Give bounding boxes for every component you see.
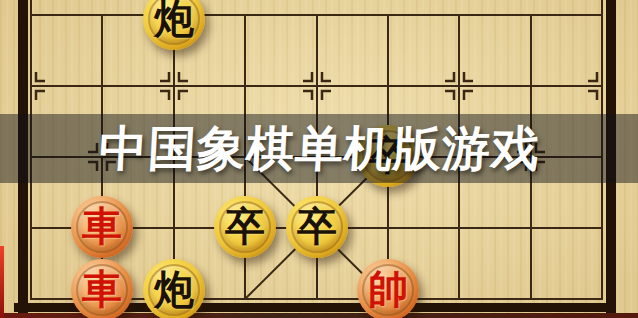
piece-character: 炮 <box>154 270 194 310</box>
piece-character: 車 <box>82 270 122 310</box>
piece-character: 車 <box>82 207 122 247</box>
piece-red-general[interactable]: 帥 <box>357 259 419 318</box>
piece-black-soldier[interactable]: 卒 <box>214 196 276 258</box>
piece-character: 卒 <box>297 207 337 247</box>
piece-character: 炮 <box>154 0 194 39</box>
piece-black-cannon[interactable]: 炮 <box>143 0 205 50</box>
piece-character: 帥 <box>368 270 408 310</box>
piece-red-chariot[interactable]: 車 <box>71 196 133 258</box>
title-text: 中国象棋单机版游戏 <box>97 117 541 181</box>
piece-character: 卒 <box>225 207 265 247</box>
piece-red-chariot[interactable]: 車 <box>71 259 133 318</box>
game-thumbnail: 炮卒車卒卒車炮帥 中国象棋单机版游戏 <box>0 0 638 318</box>
title-banner: 中国象棋单机版游戏 <box>0 114 638 183</box>
piece-black-cannon[interactable]: 炮 <box>143 259 205 318</box>
piece-black-soldier[interactable]: 卒 <box>286 196 348 258</box>
